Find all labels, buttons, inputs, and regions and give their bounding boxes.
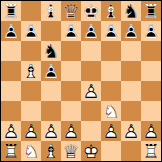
square-d4[interactable]	[61, 81, 81, 101]
piece-outline-layer: ♙	[141, 21, 161, 41]
square-e4[interactable]: ♟♙	[81, 81, 101, 101]
piece-outline-layer: ♕	[61, 1, 81, 21]
white-queen-piece[interactable]: ♛♕	[61, 141, 81, 161]
piece-outline-layer: ♙	[21, 21, 41, 41]
square-h7[interactable]: ♟♙	[141, 21, 161, 41]
square-d6[interactable]	[61, 41, 81, 61]
square-d3[interactable]	[61, 101, 81, 121]
white-knight-piece[interactable]: ♞♘	[101, 101, 121, 121]
square-d1[interactable]: ♛♕	[61, 141, 81, 161]
piece-outline-layer: ♗	[41, 141, 61, 161]
square-g1[interactable]	[121, 141, 141, 161]
piece-outline-layer: ♙	[141, 121, 161, 141]
square-f7[interactable]: ♟♙	[101, 21, 121, 41]
piece-outline-layer: ♙	[61, 21, 81, 41]
square-h2[interactable]: ♟♙	[141, 121, 161, 141]
piece-outline-layer: ♔	[81, 141, 101, 161]
square-f1[interactable]	[101, 141, 121, 161]
white-knight-piece[interactable]: ♞♘	[21, 141, 41, 161]
black-pawn-piece[interactable]: ♟♙	[121, 21, 141, 41]
black-bishop-piece[interactable]: ♝♗	[41, 1, 61, 21]
piece-outline-layer: ♙	[21, 121, 41, 141]
piece-outline-layer: ♘	[121, 1, 141, 21]
square-e8[interactable]: ♚♔	[81, 1, 101, 21]
square-e1[interactable]: ♚♔	[81, 141, 101, 161]
piece-outline-layer: ♙	[41, 121, 61, 141]
black-pawn-piece[interactable]: ♟♙	[141, 21, 161, 41]
square-c7[interactable]	[41, 21, 61, 41]
square-e5[interactable]	[81, 61, 101, 81]
piece-outline-layer: ♘	[21, 141, 41, 161]
white-pawn-piece[interactable]: ♟♙	[141, 121, 161, 141]
black-rook-piece[interactable]: ♜♖	[141, 1, 161, 21]
square-b6[interactable]	[21, 41, 41, 61]
square-f5[interactable]	[101, 61, 121, 81]
black-pawn-piece[interactable]: ♟♙	[21, 21, 41, 41]
piece-outline-layer: ♙	[81, 81, 101, 101]
white-pawn-piece[interactable]: ♟♙	[81, 81, 101, 101]
white-pawn-piece[interactable]: ♟♙	[61, 121, 81, 141]
black-knight-piece[interactable]: ♞♘	[41, 41, 61, 61]
square-e7[interactable]: ♟♙	[81, 21, 101, 41]
square-c1[interactable]: ♝♗	[41, 141, 61, 161]
square-c3[interactable]	[41, 101, 61, 121]
square-b7[interactable]: ♟♙	[21, 21, 41, 41]
square-f3[interactable]: ♞♘	[101, 101, 121, 121]
square-d8[interactable]: ♛♕	[61, 1, 81, 21]
white-pawn-piece[interactable]: ♟♙	[1, 121, 21, 141]
square-b5[interactable]: ♝♗	[21, 61, 41, 81]
square-a7[interactable]: ♟♙	[1, 21, 21, 41]
square-a4[interactable]	[1, 81, 21, 101]
square-b4[interactable]	[21, 81, 41, 101]
piece-outline-layer: ♙	[41, 61, 61, 81]
square-g7[interactable]: ♟♙	[121, 21, 141, 41]
square-d5[interactable]	[61, 61, 81, 81]
white-pawn-piece[interactable]: ♟♙	[121, 121, 141, 141]
square-g5[interactable]	[121, 61, 141, 81]
square-e6[interactable]	[81, 41, 101, 61]
piece-outline-layer: ♙	[1, 21, 21, 41]
square-b1[interactable]: ♞♘	[21, 141, 41, 161]
square-a3[interactable]	[1, 101, 21, 121]
square-b8[interactable]	[21, 1, 41, 21]
white-rook-piece[interactable]: ♜♖	[141, 141, 161, 161]
square-c2[interactable]: ♟♙	[41, 121, 61, 141]
white-bishop-piece[interactable]: ♝♗	[41, 141, 61, 161]
chess-board: ♜♖♝♗♛♕♚♔♝♗♞♘♜♖♟♙♟♙♟♙♟♙♟♙♟♙♟♙♞♘♝♗♟♙♟♙♞♘♟♙…	[1, 1, 161, 161]
square-e3[interactable]	[81, 101, 101, 121]
piece-outline-layer: ♖	[141, 141, 161, 161]
piece-outline-layer: ♖	[141, 1, 161, 21]
piece-outline-layer: ♙	[1, 121, 21, 141]
square-a6[interactable]	[1, 41, 21, 61]
square-d7[interactable]: ♟♙	[61, 21, 81, 41]
piece-outline-layer: ♔	[81, 1, 101, 21]
piece-outline-layer: ♙	[81, 21, 101, 41]
piece-outline-layer: ♙	[61, 121, 81, 141]
square-h1[interactable]: ♜♖	[141, 141, 161, 161]
piece-outline-layer: ♖	[1, 141, 21, 161]
square-e2[interactable]	[81, 121, 101, 141]
square-f6[interactable]	[101, 41, 121, 61]
square-c4[interactable]	[41, 81, 61, 101]
piece-outline-layer: ♗	[101, 1, 121, 21]
square-b2[interactable]: ♟♙	[21, 121, 41, 141]
piece-outline-layer: ♙	[121, 121, 141, 141]
square-f8[interactable]: ♝♗	[101, 1, 121, 21]
white-king-piece[interactable]: ♚♔	[81, 141, 101, 161]
piece-outline-layer: ♙	[121, 21, 141, 41]
black-knight-piece[interactable]: ♞♘	[121, 1, 141, 21]
square-g2[interactable]: ♟♙	[121, 121, 141, 141]
square-h5[interactable]	[141, 61, 161, 81]
square-g6[interactable]	[121, 41, 141, 61]
square-a2[interactable]: ♟♙	[1, 121, 21, 141]
white-bishop-piece[interactable]: ♝♗	[21, 61, 41, 81]
square-h6[interactable]	[141, 41, 161, 61]
square-c8[interactable]: ♝♗	[41, 1, 61, 21]
black-bishop-piece[interactable]: ♝♗	[101, 1, 121, 21]
square-h3[interactable]	[141, 101, 161, 121]
square-f4[interactable]	[101, 81, 121, 101]
black-king-piece[interactable]: ♚♔	[81, 1, 101, 21]
square-a1[interactable]: ♜♖	[1, 141, 21, 161]
square-b3[interactable]	[21, 101, 41, 121]
square-g3[interactable]	[121, 101, 141, 121]
square-g8[interactable]: ♞♘	[121, 1, 141, 21]
black-pawn-piece[interactable]: ♟♙	[81, 21, 101, 41]
white-pawn-piece[interactable]: ♟♙	[21, 121, 41, 141]
square-h8[interactable]: ♜♖	[141, 1, 161, 21]
black-pawn-piece[interactable]: ♟♙	[101, 21, 121, 41]
piece-outline-layer: ♙	[101, 21, 121, 41]
white-pawn-piece[interactable]: ♟♙	[101, 121, 121, 141]
square-f2[interactable]: ♟♙	[101, 121, 121, 141]
piece-outline-layer: ♘	[41, 41, 61, 61]
square-a5[interactable]	[1, 61, 21, 81]
black-pawn-piece[interactable]: ♟♙	[1, 21, 21, 41]
square-d2[interactable]: ♟♙	[61, 121, 81, 141]
black-queen-piece[interactable]: ♛♕	[61, 1, 81, 21]
piece-outline-layer: ♕	[61, 141, 81, 161]
piece-outline-layer: ♗	[41, 1, 61, 21]
black-rook-piece[interactable]: ♜♖	[1, 1, 21, 21]
white-pawn-piece[interactable]: ♟♙	[41, 121, 61, 141]
piece-outline-layer: ♗	[21, 61, 41, 81]
black-pawn-piece[interactable]: ♟♙	[41, 61, 61, 81]
square-c6[interactable]: ♞♘	[41, 41, 61, 61]
chess-board-frame: ♜♖♝♗♛♕♚♔♝♗♞♘♜♖♟♙♟♙♟♙♟♙♟♙♟♙♟♙♞♘♝♗♟♙♟♙♞♘♟♙…	[0, 0, 162, 162]
piece-outline-layer: ♙	[101, 121, 121, 141]
square-a8[interactable]: ♜♖	[1, 1, 21, 21]
white-rook-piece[interactable]: ♜♖	[1, 141, 21, 161]
piece-outline-layer: ♘	[101, 101, 121, 121]
black-pawn-piece[interactable]: ♟♙	[61, 21, 81, 41]
square-h4[interactable]	[141, 81, 161, 101]
square-g4[interactable]	[121, 81, 141, 101]
square-c5[interactable]: ♟♙	[41, 61, 61, 81]
piece-outline-layer: ♖	[1, 1, 21, 21]
